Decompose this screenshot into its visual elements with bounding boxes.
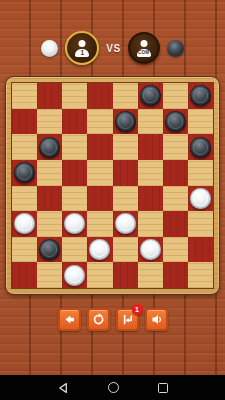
board-square-r2c6[interactable] xyxy=(138,109,163,135)
board-square-r3c5[interactable] xyxy=(113,134,138,160)
board-square-r2c3[interactable] xyxy=(62,109,87,135)
white-checker-piece[interactable] xyxy=(190,188,211,209)
back-button[interactable] xyxy=(58,308,81,331)
board-square-r4c1[interactable] xyxy=(12,160,37,186)
white-checker-piece[interactable] xyxy=(14,213,35,234)
player2-avatar: COM xyxy=(128,32,160,64)
black-checker-piece[interactable] xyxy=(190,137,211,158)
person-icon: COM xyxy=(136,40,152,57)
board-square-r5c5[interactable] xyxy=(113,186,138,212)
black-checker-piece[interactable] xyxy=(190,85,211,106)
board-square-r4c2[interactable] xyxy=(37,160,62,186)
sound-button[interactable] xyxy=(145,308,168,331)
board-square-r8c6[interactable] xyxy=(138,262,163,288)
board-square-r1c5[interactable] xyxy=(113,83,138,109)
board-square-r3c1[interactable] xyxy=(12,134,37,160)
board-square-r2c7[interactable] xyxy=(163,109,188,135)
board-square-r2c2[interactable] xyxy=(37,109,62,135)
board-grid xyxy=(11,82,214,289)
player1-label: 1 xyxy=(74,49,90,57)
board-square-r8c8[interactable] xyxy=(188,262,213,288)
nav-home-button[interactable] xyxy=(108,382,119,393)
black-checker-piece[interactable] xyxy=(140,85,161,106)
board-square-r1c4[interactable] xyxy=(87,83,112,109)
board-square-r4c5[interactable] xyxy=(113,160,138,186)
board-square-r5c3[interactable] xyxy=(62,186,87,212)
board-square-r7c8[interactable] xyxy=(188,237,213,263)
board-square-r3c3[interactable] xyxy=(62,134,87,160)
board-square-r3c2[interactable] xyxy=(37,134,62,160)
board-square-r1c2[interactable] xyxy=(37,83,62,109)
board-square-r3c4[interactable] xyxy=(87,134,112,160)
board-square-r1c6[interactable] xyxy=(138,83,163,109)
board-square-r2c5[interactable] xyxy=(113,109,138,135)
board-square-r7c4[interactable] xyxy=(87,237,112,263)
recents-square-icon xyxy=(158,383,168,393)
board-square-r7c1[interactable] xyxy=(12,237,37,263)
board-square-r2c4[interactable] xyxy=(87,109,112,135)
board-square-r5c1[interactable] xyxy=(12,186,37,212)
board-square-r6c8[interactable] xyxy=(188,211,213,237)
player-bar: 1 VS COM xyxy=(0,28,225,68)
nav-recents-button[interactable] xyxy=(158,383,168,393)
board-square-r5c7[interactable] xyxy=(163,186,188,212)
board-square-r3c8[interactable] xyxy=(188,134,213,160)
board-square-r1c1[interactable] xyxy=(12,83,37,109)
board-square-r8c7[interactable] xyxy=(163,262,188,288)
board-square-r1c7[interactable] xyxy=(163,83,188,109)
board-square-r8c2[interactable] xyxy=(37,262,62,288)
vs-label: VS xyxy=(106,43,120,54)
board-square-r7c5[interactable] xyxy=(113,237,138,263)
board-square-r1c8[interactable] xyxy=(188,83,213,109)
board-square-r6c2[interactable] xyxy=(37,211,62,237)
player2-label: COM xyxy=(136,49,152,57)
board-square-r5c2[interactable] xyxy=(37,186,62,212)
board-square-r6c4[interactable] xyxy=(87,211,112,237)
board-square-r5c4[interactable] xyxy=(87,186,112,212)
app-screen: 1 VS COM xyxy=(0,0,225,400)
back-triangle-icon xyxy=(57,382,69,394)
black-checker-piece[interactable] xyxy=(14,162,35,183)
board-frame xyxy=(5,76,220,295)
white-checker-icon xyxy=(41,40,58,57)
board-square-r8c1[interactable] xyxy=(12,262,37,288)
board-square-r4c8[interactable] xyxy=(188,160,213,186)
person-icon: 1 xyxy=(74,40,90,57)
white-checker-piece[interactable] xyxy=(64,213,85,234)
board-square-r5c8[interactable] xyxy=(188,186,213,212)
restart-icon xyxy=(92,313,105,326)
board-square-r4c4[interactable] xyxy=(87,160,112,186)
board-square-r4c7[interactable] xyxy=(163,160,188,186)
white-checker-piece[interactable] xyxy=(64,265,85,286)
board-square-r6c7[interactable] xyxy=(163,211,188,237)
board-square-r6c1[interactable] xyxy=(12,211,37,237)
board-square-r6c3[interactable] xyxy=(62,211,87,237)
speaker-icon xyxy=(150,313,163,326)
board-square-r7c6[interactable] xyxy=(138,237,163,263)
white-checker-piece[interactable] xyxy=(140,239,161,260)
black-checker-piece[interactable] xyxy=(115,111,136,132)
board-square-r4c6[interactable] xyxy=(138,160,163,186)
board-square-r8c4[interactable] xyxy=(87,262,112,288)
black-checker-piece[interactable] xyxy=(39,239,60,260)
white-checker-piece[interactable] xyxy=(115,213,136,234)
board-square-r5c6[interactable] xyxy=(138,186,163,212)
board-square-r3c7[interactable] xyxy=(163,134,188,160)
board-square-r1c3[interactable] xyxy=(62,83,87,109)
board-square-r8c3[interactable] xyxy=(62,262,87,288)
undo-count-badge: 1 xyxy=(132,304,143,315)
board-square-r6c5[interactable] xyxy=(113,211,138,237)
game-toolbar: 1 xyxy=(0,308,225,331)
nav-back-button[interactable] xyxy=(57,382,69,394)
board-square-r7c7[interactable] xyxy=(163,237,188,263)
black-checker-icon xyxy=(167,40,184,57)
home-circle-icon xyxy=(108,382,119,393)
black-checker-piece[interactable] xyxy=(39,137,60,158)
undo-button[interactable]: 1 xyxy=(116,308,139,331)
board-square-r7c2[interactable] xyxy=(37,237,62,263)
restart-button[interactable] xyxy=(87,308,110,331)
board-square-r8c5[interactable] xyxy=(113,262,138,288)
board-square-r7c3[interactable] xyxy=(62,237,87,263)
board-square-r3c6[interactable] xyxy=(138,134,163,160)
black-checker-piece[interactable] xyxy=(165,111,186,132)
board-square-r2c8[interactable] xyxy=(188,109,213,135)
board-square-r6c6[interactable] xyxy=(138,211,163,237)
white-checker-piece[interactable] xyxy=(89,239,110,260)
board-square-r4c3[interactable] xyxy=(62,160,87,186)
board-square-r2c1[interactable] xyxy=(12,109,37,135)
android-nav-bar xyxy=(0,375,225,400)
undo-return-icon xyxy=(121,313,134,326)
arrow-left-icon xyxy=(63,313,76,326)
player1-avatar: 1 xyxy=(65,31,99,65)
